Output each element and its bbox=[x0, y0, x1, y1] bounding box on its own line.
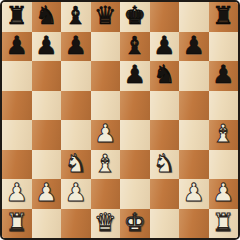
square-e4[interactable] bbox=[120, 120, 150, 150]
black-knight[interactable]: ♞ bbox=[35, 3, 57, 28]
black-pawn[interactable]: ♟ bbox=[6, 33, 28, 58]
square-e2[interactable] bbox=[120, 179, 150, 209]
square-c7[interactable]: ♟ bbox=[61, 32, 91, 62]
square-e3[interactable] bbox=[120, 150, 150, 180]
square-g4[interactable] bbox=[179, 120, 209, 150]
square-g1[interactable] bbox=[179, 209, 209, 239]
square-h5[interactable] bbox=[209, 91, 239, 121]
square-g2[interactable]: ♟ bbox=[179, 179, 209, 209]
square-d2[interactable] bbox=[91, 179, 121, 209]
black-bishop[interactable]: ♝ bbox=[124, 33, 146, 58]
square-h2[interactable]: ♟ bbox=[209, 179, 239, 209]
square-c5[interactable] bbox=[61, 91, 91, 121]
black-pawn[interactable]: ♟ bbox=[35, 33, 57, 58]
square-d3[interactable]: ♝ bbox=[91, 150, 121, 180]
square-d4[interactable]: ♟ bbox=[91, 120, 121, 150]
square-f1[interactable] bbox=[150, 209, 180, 239]
black-knight[interactable]: ♞ bbox=[153, 62, 175, 87]
square-h8[interactable]: ♜ bbox=[209, 2, 239, 32]
chess-board: ♜♞♝♛♚♜♟♟♟♝♟♟♟♞♟♟♝♞♝♞♟♟♟♟♟♜♛♚♜ bbox=[0, 0, 240, 240]
white-pawn[interactable]: ♟ bbox=[35, 180, 57, 205]
square-a8[interactable]: ♜ bbox=[2, 2, 32, 32]
white-pawn[interactable]: ♟ bbox=[6, 180, 28, 205]
square-g8[interactable] bbox=[179, 2, 209, 32]
square-e1[interactable]: ♚ bbox=[120, 209, 150, 239]
square-f5[interactable] bbox=[150, 91, 180, 121]
square-a4[interactable] bbox=[2, 120, 32, 150]
black-king[interactable]: ♚ bbox=[124, 3, 146, 28]
square-e6[interactable]: ♟ bbox=[120, 61, 150, 91]
white-bishop[interactable]: ♝ bbox=[212, 121, 234, 146]
white-pawn[interactable]: ♟ bbox=[212, 180, 234, 205]
black-pawn[interactable]: ♟ bbox=[124, 62, 146, 87]
square-c2[interactable]: ♟ bbox=[61, 179, 91, 209]
square-f3[interactable]: ♞ bbox=[150, 150, 180, 180]
square-h1[interactable]: ♜ bbox=[209, 209, 239, 239]
square-g6[interactable] bbox=[179, 61, 209, 91]
square-e5[interactable] bbox=[120, 91, 150, 121]
black-pawn[interactable]: ♟ bbox=[212, 62, 234, 87]
white-king[interactable]: ♚ bbox=[124, 210, 146, 235]
white-pawn[interactable]: ♟ bbox=[94, 121, 116, 146]
black-pawn[interactable]: ♟ bbox=[183, 33, 205, 58]
square-c1[interactable] bbox=[61, 209, 91, 239]
square-e8[interactable]: ♚ bbox=[120, 2, 150, 32]
square-g3[interactable] bbox=[179, 150, 209, 180]
square-g7[interactable]: ♟ bbox=[179, 32, 209, 62]
square-h6[interactable]: ♟ bbox=[209, 61, 239, 91]
square-h7[interactable] bbox=[209, 32, 239, 62]
square-d7[interactable] bbox=[91, 32, 121, 62]
white-pawn[interactable]: ♟ bbox=[65, 180, 87, 205]
square-b2[interactable]: ♟ bbox=[32, 179, 62, 209]
square-a5[interactable] bbox=[2, 91, 32, 121]
square-c4[interactable] bbox=[61, 120, 91, 150]
square-b6[interactable] bbox=[32, 61, 62, 91]
black-rook[interactable]: ♜ bbox=[212, 3, 234, 28]
square-d8[interactable]: ♛ bbox=[91, 2, 121, 32]
square-c8[interactable]: ♝ bbox=[61, 2, 91, 32]
square-b8[interactable]: ♞ bbox=[32, 2, 62, 32]
black-rook[interactable]: ♜ bbox=[6, 3, 28, 28]
square-e7[interactable]: ♝ bbox=[120, 32, 150, 62]
square-f7[interactable]: ♟ bbox=[150, 32, 180, 62]
white-knight[interactable]: ♞ bbox=[65, 151, 87, 176]
square-c3[interactable]: ♞ bbox=[61, 150, 91, 180]
square-b3[interactable] bbox=[32, 150, 62, 180]
square-a1[interactable]: ♜ bbox=[2, 209, 32, 239]
square-d1[interactable]: ♛ bbox=[91, 209, 121, 239]
black-pawn[interactable]: ♟ bbox=[65, 33, 87, 58]
square-f8[interactable] bbox=[150, 2, 180, 32]
square-f6[interactable]: ♞ bbox=[150, 61, 180, 91]
square-h3[interactable] bbox=[209, 150, 239, 180]
black-queen[interactable]: ♛ bbox=[94, 3, 116, 28]
white-pawn[interactable]: ♟ bbox=[183, 180, 205, 205]
square-b7[interactable]: ♟ bbox=[32, 32, 62, 62]
black-bishop[interactable]: ♝ bbox=[65, 3, 87, 28]
square-b4[interactable] bbox=[32, 120, 62, 150]
white-rook[interactable]: ♜ bbox=[6, 210, 28, 235]
square-a3[interactable] bbox=[2, 150, 32, 180]
square-c6[interactable] bbox=[61, 61, 91, 91]
square-b1[interactable] bbox=[32, 209, 62, 239]
black-pawn[interactable]: ♟ bbox=[153, 33, 175, 58]
square-d5[interactable] bbox=[91, 91, 121, 121]
square-a6[interactable] bbox=[2, 61, 32, 91]
square-a2[interactable]: ♟ bbox=[2, 179, 32, 209]
white-rook[interactable]: ♜ bbox=[212, 210, 234, 235]
square-b5[interactable] bbox=[32, 91, 62, 121]
square-a7[interactable]: ♟ bbox=[2, 32, 32, 62]
square-g5[interactable] bbox=[179, 91, 209, 121]
white-knight[interactable]: ♞ bbox=[153, 151, 175, 176]
white-queen[interactable]: ♛ bbox=[94, 210, 116, 235]
square-f2[interactable] bbox=[150, 179, 180, 209]
square-d6[interactable] bbox=[91, 61, 121, 91]
white-bishop[interactable]: ♝ bbox=[94, 151, 116, 176]
square-f4[interactable] bbox=[150, 120, 180, 150]
square-h4[interactable]: ♝ bbox=[209, 120, 239, 150]
